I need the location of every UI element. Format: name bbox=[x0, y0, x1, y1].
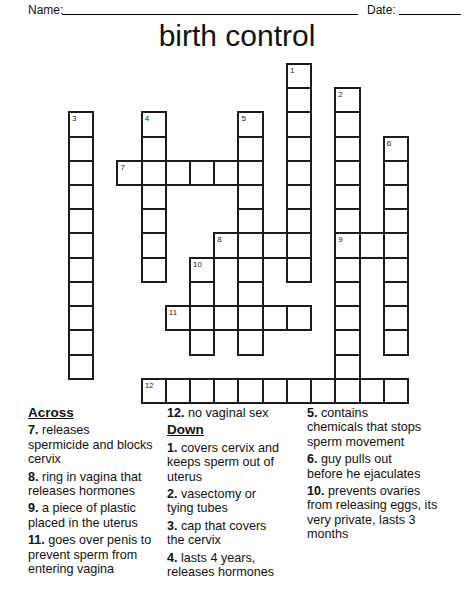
grid-cell-r8c0[interactable] bbox=[68, 257, 94, 283]
cell-number-6: 6 bbox=[385, 138, 407, 148]
grid-cell-r2c0[interactable]: 3 bbox=[68, 111, 94, 137]
cell-number-11: 11 bbox=[167, 307, 189, 317]
clue-number-down-6: 6. bbox=[307, 452, 321, 466]
grid-cell-r13c10[interactable] bbox=[310, 378, 336, 404]
clue-number-across-7: 7. bbox=[28, 423, 42, 437]
grid-cell-r3c13[interactable]: 6 bbox=[383, 136, 409, 162]
grid-cell-r6c7[interactable] bbox=[237, 208, 263, 234]
grid-cell-r10c13[interactable] bbox=[383, 305, 409, 331]
grid-cell-r8c5[interactable]: 10 bbox=[189, 257, 215, 283]
grid-cell-r9c13[interactable] bbox=[383, 281, 409, 307]
clue-down-2: 2. vasectomy or tying tubes bbox=[167, 487, 290, 516]
grid-cell-r3c9[interactable] bbox=[286, 136, 312, 162]
grid-cell-r10c8[interactable] bbox=[262, 305, 288, 331]
date-label: Date: bbox=[367, 3, 396, 17]
cell-number-12: 12 bbox=[143, 380, 165, 390]
grid-cell-r4c13[interactable] bbox=[383, 160, 409, 186]
grid-cell-r4c0[interactable] bbox=[68, 160, 94, 186]
grid-cell-r13c7[interactable] bbox=[237, 378, 263, 404]
grid-cell-r7c9[interactable] bbox=[286, 232, 312, 258]
grid-cell-r12c11[interactable] bbox=[334, 354, 360, 380]
grid-cell-r2c3[interactable]: 4 bbox=[141, 111, 167, 137]
grid-cell-r0c9[interactable]: 1 bbox=[286, 63, 312, 89]
cell-number-1: 1 bbox=[288, 65, 310, 75]
grid-cell-r4c7[interactable] bbox=[237, 160, 263, 186]
clue-down-1: 1. covers cervix and keeps sperm out of … bbox=[167, 441, 290, 484]
clue-down-3: 3. cap that covers the cervix bbox=[167, 519, 290, 548]
cell-number-5: 5 bbox=[239, 113, 261, 123]
clue-number-down-2: 2. bbox=[167, 487, 181, 501]
grid-cell-r7c6[interactable]: 8 bbox=[213, 232, 239, 258]
cell-number-2: 2 bbox=[336, 89, 358, 99]
grid-cell-r13c4[interactable] bbox=[165, 378, 191, 404]
grid-cell-r6c11[interactable] bbox=[334, 208, 360, 234]
grid-cell-r7c11[interactable]: 9 bbox=[334, 232, 360, 258]
cell-number-3: 3 bbox=[70, 113, 92, 123]
grid-cell-r13c12[interactable] bbox=[359, 378, 385, 404]
grid-cell-r11c5[interactable] bbox=[189, 329, 215, 355]
clues-down-heading: Down bbox=[167, 423, 290, 437]
grid-cell-r11c13[interactable] bbox=[383, 329, 409, 355]
grid-cell-r11c7[interactable] bbox=[237, 329, 263, 355]
clue-number-down-1: 1. bbox=[167, 441, 181, 455]
grid-cell-r5c13[interactable] bbox=[383, 184, 409, 210]
grid-cell-r13c8[interactable] bbox=[262, 378, 288, 404]
grid-cell-r13c13[interactable] bbox=[383, 378, 409, 404]
grid-cell-r5c3[interactable] bbox=[141, 184, 167, 210]
grid-cell-r4c2[interactable]: 7 bbox=[116, 160, 142, 186]
grid-cell-r5c11[interactable] bbox=[334, 184, 360, 210]
grid-cell-r4c5[interactable] bbox=[189, 160, 215, 186]
clue-number-across-11: 11. bbox=[28, 533, 48, 547]
clue-down-5: 5. contains chemicals that stops sperm m… bbox=[307, 406, 467, 449]
clue-number-across-12: 12. bbox=[167, 406, 188, 420]
grid-cell-r13c6[interactable] bbox=[213, 378, 239, 404]
cell-number-4: 4 bbox=[143, 113, 165, 123]
grid-cell-r6c3[interactable] bbox=[141, 208, 167, 234]
grid-cell-r8c9[interactable] bbox=[286, 257, 312, 283]
grid-cell-r4c11[interactable] bbox=[334, 160, 360, 186]
clues-across-heading: Across bbox=[28, 406, 159, 420]
grid-cell-r2c7[interactable]: 5 bbox=[237, 111, 263, 137]
clue-across-12: 12. no vaginal sex bbox=[167, 406, 290, 420]
grid-cell-r13c5[interactable] bbox=[189, 378, 215, 404]
grid-cell-r5c7[interactable] bbox=[237, 184, 263, 210]
grid-cell-r10c4[interactable]: 11 bbox=[165, 305, 191, 331]
grid-cell-r7c0[interactable] bbox=[68, 232, 94, 258]
grid-cell-r13c3[interactable]: 12 bbox=[141, 378, 167, 404]
name-label: Name: bbox=[28, 3, 63, 17]
grid-cell-r3c11[interactable] bbox=[334, 136, 360, 162]
grid-cell-r13c9[interactable] bbox=[286, 378, 312, 404]
clue-down-6: 6. guy pulls out before he ejaculates bbox=[307, 452, 467, 481]
grid-cell-r10c6[interactable] bbox=[213, 305, 239, 331]
grid-cell-r13c11[interactable] bbox=[334, 378, 360, 404]
grid-cell-r10c11[interactable] bbox=[334, 305, 360, 331]
grid-cell-r6c13[interactable] bbox=[383, 208, 409, 234]
puzzle-title: birth control bbox=[0, 19, 474, 53]
cell-number-10: 10 bbox=[191, 259, 213, 269]
clue-across-8: 8. ring in vagina that releases hormones bbox=[28, 470, 159, 499]
grid-cell-r4c4[interactable] bbox=[165, 160, 191, 186]
grid-cell-r8c7[interactable] bbox=[237, 257, 263, 283]
clue-column-1: Across7. releases spermicide and blocks … bbox=[28, 406, 159, 579]
grid-cell-r3c7[interactable] bbox=[237, 136, 263, 162]
clue-number-down-4: 4. bbox=[167, 551, 181, 565]
name-blank-line bbox=[62, 2, 358, 15]
grid-cell-r4c3[interactable] bbox=[141, 160, 167, 186]
worksheet-page: { "game": "crossword", "header": { "name… bbox=[0, 0, 474, 613]
clue-number-across-8: 8. bbox=[28, 470, 42, 484]
grid-cell-r5c0[interactable] bbox=[68, 184, 94, 210]
grid-cell-r1c9[interactable] bbox=[286, 87, 312, 113]
grid-cell-r7c12[interactable] bbox=[359, 232, 385, 258]
grid-cell-r2c9[interactable] bbox=[286, 111, 312, 137]
grid-cell-r3c3[interactable] bbox=[141, 136, 167, 162]
clue-column-2: 12. no vaginal sexDown1. covers cervix a… bbox=[167, 406, 290, 582]
grid-cell-r8c13[interactable] bbox=[383, 257, 409, 283]
grid-cell-r4c6[interactable] bbox=[213, 160, 239, 186]
grid-cell-r7c7[interactable] bbox=[237, 232, 263, 258]
grid-cell-r9c5[interactable] bbox=[189, 281, 215, 307]
clue-across-9: 9. a piece of plastic placed in the uter… bbox=[28, 501, 159, 530]
grid-cell-r1c11[interactable]: 2 bbox=[334, 87, 360, 113]
grid-cell-r4c9[interactable] bbox=[286, 160, 312, 186]
cell-number-7: 7 bbox=[118, 162, 140, 172]
grid-cell-r12c0[interactable] bbox=[68, 354, 94, 380]
grid-cell-r8c3[interactable] bbox=[141, 257, 167, 283]
clue-number-down-3: 3. bbox=[167, 519, 181, 533]
grid-cell-r6c0[interactable] bbox=[68, 208, 94, 234]
grid-cell-r7c3[interactable] bbox=[141, 232, 167, 258]
grid-cell-r5c9[interactable] bbox=[286, 184, 312, 210]
clue-column-3: 5. contains chemicals that stops sperm m… bbox=[307, 406, 467, 545]
grid-cell-r9c11[interactable] bbox=[334, 281, 360, 307]
clue-across-11: 11. goes over penis to prevent sperm fro… bbox=[28, 533, 159, 576]
clue-number-across-9: 9. bbox=[28, 501, 42, 515]
crossword-grid: 123456789101112 bbox=[68, 63, 409, 404]
grid-cell-r10c7[interactable] bbox=[237, 305, 263, 331]
clue-down-10: 10. prevents ovaries from releasing eggs… bbox=[307, 484, 467, 542]
grid-cell-r8c11[interactable] bbox=[334, 257, 360, 283]
grid-cell-r10c9[interactable] bbox=[286, 305, 312, 331]
date-blank-line bbox=[399, 2, 461, 15]
grid-cell-r9c7[interactable] bbox=[237, 281, 263, 307]
clue-number-down-10: 10. bbox=[307, 484, 328, 498]
grid-cell-r9c0[interactable] bbox=[68, 281, 94, 307]
cell-number-8: 8 bbox=[215, 234, 237, 244]
grid-cell-r10c5[interactable] bbox=[189, 305, 215, 331]
grid-cell-r3c0[interactable] bbox=[68, 136, 94, 162]
cell-number-9: 9 bbox=[336, 234, 358, 244]
grid-cell-r2c11[interactable] bbox=[334, 111, 360, 137]
grid-cell-r7c8[interactable] bbox=[262, 232, 288, 258]
clue-across-7: 7. releases spermicide and blocks cervix bbox=[28, 423, 159, 466]
grid-cell-r10c0[interactable] bbox=[68, 305, 94, 331]
clue-number-down-5: 5. bbox=[307, 406, 321, 420]
clue-down-4: 4. lasts 4 years, releases hormones bbox=[167, 551, 290, 580]
grid-cell-r11c0[interactable] bbox=[68, 329, 94, 355]
grid-cell-r7c13[interactable] bbox=[383, 232, 409, 258]
grid-cell-r11c11[interactable] bbox=[334, 329, 360, 355]
grid-cell-r6c9[interactable] bbox=[286, 208, 312, 234]
